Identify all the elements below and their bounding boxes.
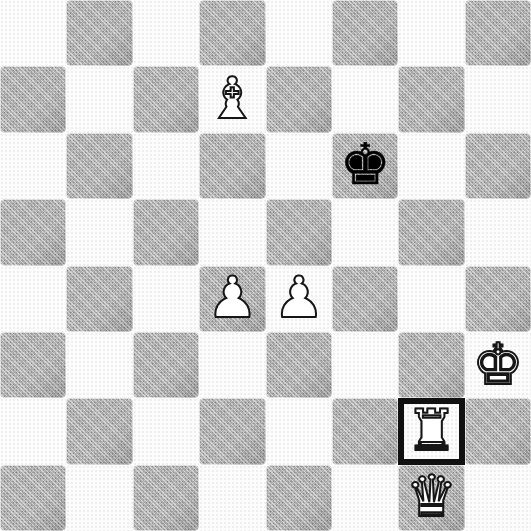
square-b4[interactable]: [66, 266, 132, 332]
square-e2[interactable]: [266, 398, 332, 464]
square-c6[interactable]: [133, 133, 199, 199]
square-f1[interactable]: [332, 465, 398, 531]
square-h5[interactable]: [465, 199, 531, 265]
square-c7[interactable]: [133, 66, 199, 132]
black-king-icon: ♚: [340, 136, 391, 193]
square-a4[interactable]: [0, 266, 66, 332]
white-bishop-icon: ♝: [207, 70, 258, 127]
square-b7[interactable]: [66, 66, 132, 132]
square-h3[interactable]: ♚: [465, 332, 531, 398]
chess-board: ♝♚♟♟♚♜♛: [0, 0, 531, 531]
square-c2[interactable]: [133, 398, 199, 464]
white-king-icon: ♚: [472, 336, 523, 393]
square-d7[interactable]: ♝: [199, 66, 265, 132]
square-g4[interactable]: [398, 266, 464, 332]
white-pawn-icon: ♟: [207, 269, 258, 326]
square-a5[interactable]: [0, 199, 66, 265]
square-c4[interactable]: [133, 266, 199, 332]
square-a7[interactable]: [0, 66, 66, 132]
square-b1[interactable]: [66, 465, 132, 531]
white-rook-icon: ♜: [406, 402, 457, 459]
square-d2[interactable]: [199, 398, 265, 464]
square-b6[interactable]: [66, 133, 132, 199]
square-h6[interactable]: [465, 133, 531, 199]
square-d8[interactable]: [199, 0, 265, 66]
square-c5[interactable]: [133, 199, 199, 265]
square-g7[interactable]: [398, 66, 464, 132]
square-f5[interactable]: [332, 199, 398, 265]
square-h2[interactable]: [465, 398, 531, 464]
white-queen-icon: ♛: [406, 468, 457, 525]
square-a3[interactable]: [0, 332, 66, 398]
square-e7[interactable]: [266, 66, 332, 132]
square-c3[interactable]: [133, 332, 199, 398]
square-g1[interactable]: ♛: [398, 465, 464, 531]
square-e5[interactable]: [266, 199, 332, 265]
square-f3[interactable]: [332, 332, 398, 398]
square-f6[interactable]: ♚: [332, 133, 398, 199]
square-f4[interactable]: [332, 266, 398, 332]
square-h1[interactable]: [465, 465, 531, 531]
square-d1[interactable]: [199, 465, 265, 531]
square-e8[interactable]: [266, 0, 332, 66]
square-c8[interactable]: [133, 0, 199, 66]
square-f8[interactable]: [332, 0, 398, 66]
square-e1[interactable]: [266, 465, 332, 531]
square-f7[interactable]: [332, 66, 398, 132]
square-e4[interactable]: ♟: [266, 266, 332, 332]
square-b8[interactable]: [66, 0, 132, 66]
square-e3[interactable]: [266, 332, 332, 398]
square-a1[interactable]: [0, 465, 66, 531]
square-b2[interactable]: [66, 398, 132, 464]
square-a6[interactable]: [0, 133, 66, 199]
square-b5[interactable]: [66, 199, 132, 265]
square-d6[interactable]: [199, 133, 265, 199]
square-a8[interactable]: [0, 0, 66, 66]
square-g2[interactable]: ♜: [398, 398, 464, 464]
square-c1[interactable]: [133, 465, 199, 531]
square-g5[interactable]: [398, 199, 464, 265]
square-g3[interactable]: [398, 332, 464, 398]
square-d5[interactable]: [199, 199, 265, 265]
square-b3[interactable]: [66, 332, 132, 398]
square-h8[interactable]: [465, 0, 531, 66]
square-g6[interactable]: [398, 133, 464, 199]
square-d4[interactable]: ♟: [199, 266, 265, 332]
square-f2[interactable]: [332, 398, 398, 464]
square-h4[interactable]: [465, 266, 531, 332]
square-d3[interactable]: [199, 332, 265, 398]
square-h7[interactable]: [465, 66, 531, 132]
square-g8[interactable]: [398, 0, 464, 66]
white-pawn-icon: ♟: [273, 269, 324, 326]
square-a2[interactable]: [0, 398, 66, 464]
square-e6[interactable]: [266, 133, 332, 199]
